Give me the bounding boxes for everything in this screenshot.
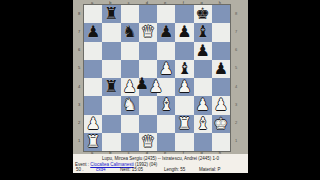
square-e6[interactable] xyxy=(157,42,175,60)
square-g6[interactable]: ♟ xyxy=(194,42,212,60)
square-b7[interactable] xyxy=(102,23,120,41)
coord-label-8: 8 xyxy=(233,11,239,16)
square-b3[interactable] xyxy=(102,96,120,114)
square-f4[interactable]: ♟ xyxy=(175,78,193,96)
rank-labels-left: 87654321 xyxy=(76,4,82,150)
square-a6[interactable] xyxy=(84,42,102,60)
square-g3[interactable]: ♟ xyxy=(194,96,212,114)
square-a3[interactable] xyxy=(84,96,102,114)
square-e2[interactable] xyxy=(157,115,175,133)
coord-label-5: 5 xyxy=(233,65,239,70)
square-d2[interactable] xyxy=(139,115,157,133)
coord-label-4: 4 xyxy=(233,84,239,89)
white-bishop-e3[interactable]: ♝ xyxy=(157,96,175,114)
square-h3[interactable]: ♟ xyxy=(212,96,230,114)
square-f1[interactable] xyxy=(175,133,193,151)
coord-label-2: 2 xyxy=(233,120,239,125)
black-pawn-e7[interactable]: ♟ xyxy=(157,23,175,41)
square-d1[interactable]: ♛ xyxy=(139,133,157,151)
square-c1[interactable] xyxy=(121,133,139,151)
black-pawn-d4[interactable]: ♟ xyxy=(133,75,151,93)
black-rook-b8[interactable]: ♜ xyxy=(102,5,120,23)
coord-label-3: 3 xyxy=(76,102,82,107)
square-h6[interactable] xyxy=(212,42,230,60)
white-knight-c3[interactable]: ♞ xyxy=(121,96,139,114)
square-b4[interactable]: ♜ xyxy=(102,78,120,96)
status-move: cxd4 xyxy=(96,167,106,172)
players-line: Lupu, Mircea Sergiu (2435) -- Istratescu… xyxy=(73,156,248,161)
black-bishop-g7[interactable]: ♝ xyxy=(194,23,212,41)
coord-label-3: 3 xyxy=(233,102,239,107)
square-b1[interactable] xyxy=(102,133,120,151)
square-d3[interactable] xyxy=(139,96,157,114)
white-rook-f2[interactable]: ♜ xyxy=(175,115,193,133)
status-move-number: 50 . xyxy=(76,167,84,172)
white-bishop-g2[interactable]: ♝ xyxy=(194,115,212,133)
square-e5[interactable]: ♟ xyxy=(157,60,175,78)
square-b5[interactable] xyxy=(102,60,120,78)
black-pawn-g6[interactable]: ♟ xyxy=(194,42,212,60)
event-line: Event : Ciocaltea Calimanesti (1992) (04… xyxy=(75,162,157,167)
white-pawn-e5[interactable]: ♟ xyxy=(157,60,175,78)
black-knight-c7[interactable]: ♞ xyxy=(121,23,139,41)
square-f2[interactable]: ♜ xyxy=(175,115,193,133)
square-b6[interactable] xyxy=(102,42,120,60)
black-rook-b4[interactable]: ♜ xyxy=(102,78,120,96)
rank-labels-right: 87654321 xyxy=(233,4,239,150)
square-f8[interactable] xyxy=(175,5,193,23)
coord-label-8: 8 xyxy=(76,11,82,16)
video-frame: abcdefgh 87654321 87654321 ♜♚♟♞♛♟♟♝♟♟♝♟♜… xyxy=(0,0,320,180)
square-h8[interactable] xyxy=(212,5,230,23)
square-h5[interactable]: ♟ xyxy=(212,60,230,78)
status-next: Next: 15:05 xyxy=(120,167,143,172)
square-e7[interactable]: ♟ xyxy=(157,23,175,41)
white-queen-d1[interactable]: ♛ xyxy=(139,133,157,151)
square-g5[interactable] xyxy=(194,60,212,78)
square-a8[interactable] xyxy=(84,5,102,23)
square-g1[interactable] xyxy=(194,133,212,151)
coord-label-6: 6 xyxy=(76,47,82,52)
coord-label-5: 5 xyxy=(76,65,82,70)
event-label: Event : xyxy=(75,162,90,167)
coord-label-4: 4 xyxy=(76,84,82,89)
square-e1[interactable] xyxy=(157,133,175,151)
event-link[interactable]: Ciocaltea Calimanesti xyxy=(90,162,134,167)
square-g2[interactable]: ♝ xyxy=(194,115,212,133)
black-bishop-f5[interactable]: ♝ xyxy=(175,60,193,78)
square-g7[interactable]: ♝ xyxy=(194,23,212,41)
status-length: Length: 55 xyxy=(164,167,185,172)
square-a4[interactable] xyxy=(84,78,102,96)
white-rook-a1[interactable]: ♜ xyxy=(84,133,102,151)
white-pawn-f4[interactable]: ♟ xyxy=(175,78,193,96)
square-h4[interactable] xyxy=(212,78,230,96)
square-a5[interactable] xyxy=(84,60,102,78)
coord-label-1: 1 xyxy=(233,138,239,143)
black-pawn-h5[interactable]: ♟ xyxy=(212,60,230,78)
black-king-g8[interactable]: ♚ xyxy=(194,5,212,23)
black-pawn-f7[interactable]: ♟ xyxy=(175,23,193,41)
square-c2[interactable] xyxy=(121,115,139,133)
coord-label-6: 6 xyxy=(233,47,239,52)
white-pawn-g3[interactable]: ♟ xyxy=(194,96,212,114)
coord-label-7: 7 xyxy=(233,29,239,34)
square-a7[interactable]: ♟ xyxy=(84,23,102,41)
coord-label-2: 2 xyxy=(76,120,82,125)
square-f7[interactable]: ♟ xyxy=(175,23,193,41)
square-g4[interactable] xyxy=(194,78,212,96)
status-material: Material: P xyxy=(199,167,221,172)
coord-label-7: 7 xyxy=(76,29,82,34)
white-pawn-a2[interactable]: ♟ xyxy=(84,115,102,133)
coord-label-1: 1 xyxy=(76,138,82,143)
square-d8[interactable] xyxy=(139,5,157,23)
chess-board[interactable]: ♜♚♟♞♛♟♟♝♟♟♝♟♜♟♟♟♟♞♝♟♟♟♜♝♚♜♛ xyxy=(83,4,231,152)
square-a2[interactable]: ♟ xyxy=(84,115,102,133)
square-f5[interactable]: ♝ xyxy=(175,60,193,78)
square-f3[interactable] xyxy=(175,96,193,114)
square-b2[interactable] xyxy=(102,115,120,133)
square-a1[interactable]: ♜ xyxy=(84,133,102,151)
event-suffix: (1992) (04) xyxy=(134,162,158,167)
square-b8[interactable]: ♜ xyxy=(102,5,120,23)
square-d7[interactable]: ♛ xyxy=(139,23,157,41)
square-c3[interactable]: ♞ xyxy=(121,96,139,114)
white-queen-d7[interactable]: ♛ xyxy=(139,23,157,41)
square-d4[interactable]: ♟♟ xyxy=(139,78,157,96)
square-d6[interactable] xyxy=(139,42,157,60)
square-c8[interactable] xyxy=(121,5,139,23)
board-panel: abcdefgh 87654321 87654321 ♜♚♟♞♛♟♟♝♟♟♝♟♜… xyxy=(73,0,248,154)
black-pawn-a7[interactable]: ♟ xyxy=(84,23,102,41)
square-g8[interactable]: ♚ xyxy=(194,5,212,23)
square-f6[interactable] xyxy=(175,42,193,60)
square-h2[interactable]: ♚ xyxy=(212,115,230,133)
game-info-panel: Lupu, Mircea Sergiu (2435) -- Istratescu… xyxy=(73,154,248,173)
square-h1[interactable] xyxy=(212,133,230,151)
white-king-h2[interactable]: ♚ xyxy=(212,115,230,133)
square-h7[interactable] xyxy=(212,23,230,41)
square-c6[interactable] xyxy=(121,42,139,60)
square-e8[interactable] xyxy=(157,5,175,23)
square-e3[interactable]: ♝ xyxy=(157,96,175,114)
white-pawn-h3[interactable]: ♟ xyxy=(212,96,230,114)
square-c7[interactable]: ♞ xyxy=(121,23,139,41)
